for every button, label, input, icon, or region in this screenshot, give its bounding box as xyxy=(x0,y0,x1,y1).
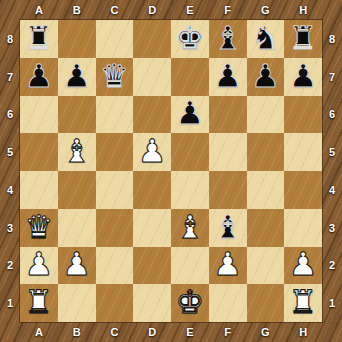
square-c4[interactable] xyxy=(96,171,134,209)
file-label-bottom-d: D xyxy=(133,322,171,342)
square-f5[interactable] xyxy=(209,133,247,171)
rank-label-right-8: 8 xyxy=(322,20,342,58)
square-a2[interactable]: ♟ xyxy=(20,247,58,285)
square-d2[interactable] xyxy=(133,247,171,285)
square-d4[interactable] xyxy=(133,171,171,209)
square-c2[interactable] xyxy=(96,247,134,285)
square-d3[interactable] xyxy=(133,209,171,247)
square-d1[interactable] xyxy=(133,284,171,322)
white-pawn[interactable]: ♟ xyxy=(25,248,54,280)
file-label-bottom-g: G xyxy=(247,322,285,342)
square-f6[interactable] xyxy=(209,96,247,134)
black-rook[interactable]: ♜ xyxy=(289,22,318,54)
white-queen[interactable]: ♛ xyxy=(25,211,54,243)
square-g4[interactable] xyxy=(247,171,285,209)
file-label-top-f: F xyxy=(209,0,247,20)
rank-label-right-2: 2 xyxy=(322,247,342,285)
black-queen[interactable]: ♛ xyxy=(100,60,129,92)
square-h3[interactable] xyxy=(284,209,322,247)
file-label-bottom-h: H xyxy=(284,322,322,342)
square-a4[interactable] xyxy=(20,171,58,209)
white-bishop[interactable]: ♝ xyxy=(176,211,205,243)
square-g6[interactable] xyxy=(247,96,285,134)
rank-label-right-3: 3 xyxy=(322,209,342,247)
square-g3[interactable] xyxy=(247,209,285,247)
square-b2[interactable]: ♟ xyxy=(58,247,96,285)
white-rook[interactable]: ♜ xyxy=(25,286,54,318)
file-label-top-h: H xyxy=(284,0,322,20)
file-label-bottom-a: A xyxy=(20,322,58,342)
square-g5[interactable] xyxy=(247,133,285,171)
black-bishop[interactable]: ♝ xyxy=(213,211,242,243)
square-f1[interactable] xyxy=(209,284,247,322)
rank-label-left-7: 7 xyxy=(0,58,20,96)
square-h2[interactable]: ♟ xyxy=(284,247,322,285)
rank-label-left-5: 5 xyxy=(0,133,20,171)
square-e7[interactable] xyxy=(171,58,209,96)
rank-label-right-7: 7 xyxy=(322,58,342,96)
black-pawn[interactable]: ♟ xyxy=(251,60,280,92)
square-h6[interactable] xyxy=(284,96,322,134)
rank-label-right-6: 6 xyxy=(322,96,342,134)
rank-labels-right: 87654321 xyxy=(322,20,342,322)
square-e2[interactable] xyxy=(171,247,209,285)
square-e1[interactable]: ♚ xyxy=(171,284,209,322)
square-g8[interactable]: ♞ xyxy=(247,20,285,58)
white-king[interactable]: ♚ xyxy=(176,286,205,318)
square-b4[interactable] xyxy=(58,171,96,209)
rank-label-left-8: 8 xyxy=(0,20,20,58)
black-pawn[interactable]: ♟ xyxy=(25,60,54,92)
square-h8[interactable]: ♜ xyxy=(284,20,322,58)
file-label-top-a: A xyxy=(20,0,58,20)
file-label-bottom-e: E xyxy=(171,322,209,342)
square-b5[interactable]: ♝ xyxy=(58,133,96,171)
black-knight[interactable]: ♞ xyxy=(251,22,280,54)
white-pawn[interactable]: ♟ xyxy=(213,248,242,280)
square-b6[interactable] xyxy=(58,96,96,134)
square-f7[interactable]: ♟ xyxy=(209,58,247,96)
square-a1[interactable]: ♜ xyxy=(20,284,58,322)
square-d7[interactable] xyxy=(133,58,171,96)
black-pawn[interactable]: ♟ xyxy=(289,60,318,92)
white-pawn[interactable]: ♟ xyxy=(62,248,91,280)
square-a7[interactable]: ♟ xyxy=(20,58,58,96)
square-d5[interactable]: ♟ xyxy=(133,133,171,171)
square-h4[interactable] xyxy=(284,171,322,209)
square-c5[interactable] xyxy=(96,133,134,171)
file-label-bottom-b: B xyxy=(58,322,96,342)
square-h5[interactable] xyxy=(284,133,322,171)
square-c3[interactable] xyxy=(96,209,134,247)
square-a8[interactable]: ♜ xyxy=(20,20,58,58)
square-e8[interactable]: ♚ xyxy=(171,20,209,58)
file-label-top-g: G xyxy=(247,0,285,20)
square-h1[interactable]: ♜ xyxy=(284,284,322,322)
file-label-top-b: B xyxy=(58,0,96,20)
white-rook[interactable]: ♜ xyxy=(289,286,318,318)
file-labels-bottom: ABCDEFGH xyxy=(20,322,322,342)
square-f2[interactable]: ♟ xyxy=(209,247,247,285)
black-rook[interactable]: ♜ xyxy=(25,22,54,54)
black-pawn[interactable]: ♟ xyxy=(62,60,91,92)
square-g2[interactable] xyxy=(247,247,285,285)
black-pawn[interactable]: ♟ xyxy=(213,60,242,92)
square-g1[interactable] xyxy=(247,284,285,322)
black-pawn[interactable]: ♟ xyxy=(176,97,205,129)
black-king[interactable]: ♚ xyxy=(176,22,205,54)
file-label-top-c: C xyxy=(96,0,134,20)
chessboard: ♜♚♝♞♜♟♟♛♟♟♟♟♝♟♛♝♝♟♟♟♟♜♚♜ xyxy=(20,20,322,322)
square-a3[interactable]: ♛ xyxy=(20,209,58,247)
square-e3[interactable]: ♝ xyxy=(171,209,209,247)
file-label-top-d: D xyxy=(133,0,171,20)
white-bishop[interactable]: ♝ xyxy=(62,135,91,167)
white-pawn[interactable]: ♟ xyxy=(138,135,167,167)
white-pawn[interactable]: ♟ xyxy=(289,248,318,280)
square-c8[interactable] xyxy=(96,20,134,58)
square-e5[interactable] xyxy=(171,133,209,171)
square-g7[interactable]: ♟ xyxy=(247,58,285,96)
rank-label-left-2: 2 xyxy=(0,247,20,285)
square-e6[interactable]: ♟ xyxy=(171,96,209,134)
square-f3[interactable]: ♝ xyxy=(209,209,247,247)
square-f8[interactable]: ♝ xyxy=(209,20,247,58)
square-h7[interactable]: ♟ xyxy=(284,58,322,96)
rank-label-left-4: 4 xyxy=(0,171,20,209)
rank-label-left-1: 1 xyxy=(0,284,20,322)
chessboard-widget: ABCDEFGH 87654321 ♜♚♝♞♜♟♟♛♟♟♟♟♝♟♛♝♝♟♟♟♟♜… xyxy=(0,0,342,342)
square-b3[interactable] xyxy=(58,209,96,247)
square-d8[interactable] xyxy=(133,20,171,58)
square-a6[interactable] xyxy=(20,96,58,134)
file-label-bottom-f: F xyxy=(209,322,247,342)
rank-labels-left: 87654321 xyxy=(0,20,20,322)
file-labels-top: ABCDEFGH xyxy=(20,0,322,20)
square-b8[interactable] xyxy=(58,20,96,58)
square-c7[interactable]: ♛ xyxy=(96,58,134,96)
rank-label-left-6: 6 xyxy=(0,96,20,134)
file-label-top-e: E xyxy=(171,0,209,20)
square-e4[interactable] xyxy=(171,171,209,209)
rank-label-right-1: 1 xyxy=(322,284,342,322)
square-a5[interactable] xyxy=(20,133,58,171)
square-b1[interactable] xyxy=(58,284,96,322)
rank-label-right-5: 5 xyxy=(322,133,342,171)
rank-label-right-4: 4 xyxy=(322,171,342,209)
square-b7[interactable]: ♟ xyxy=(58,58,96,96)
square-c6[interactable] xyxy=(96,96,134,134)
square-f4[interactable] xyxy=(209,171,247,209)
rank-label-left-3: 3 xyxy=(0,209,20,247)
square-d6[interactable] xyxy=(133,96,171,134)
file-label-bottom-c: C xyxy=(96,322,134,342)
square-c1[interactable] xyxy=(96,284,134,322)
black-bishop[interactable]: ♝ xyxy=(213,22,242,54)
